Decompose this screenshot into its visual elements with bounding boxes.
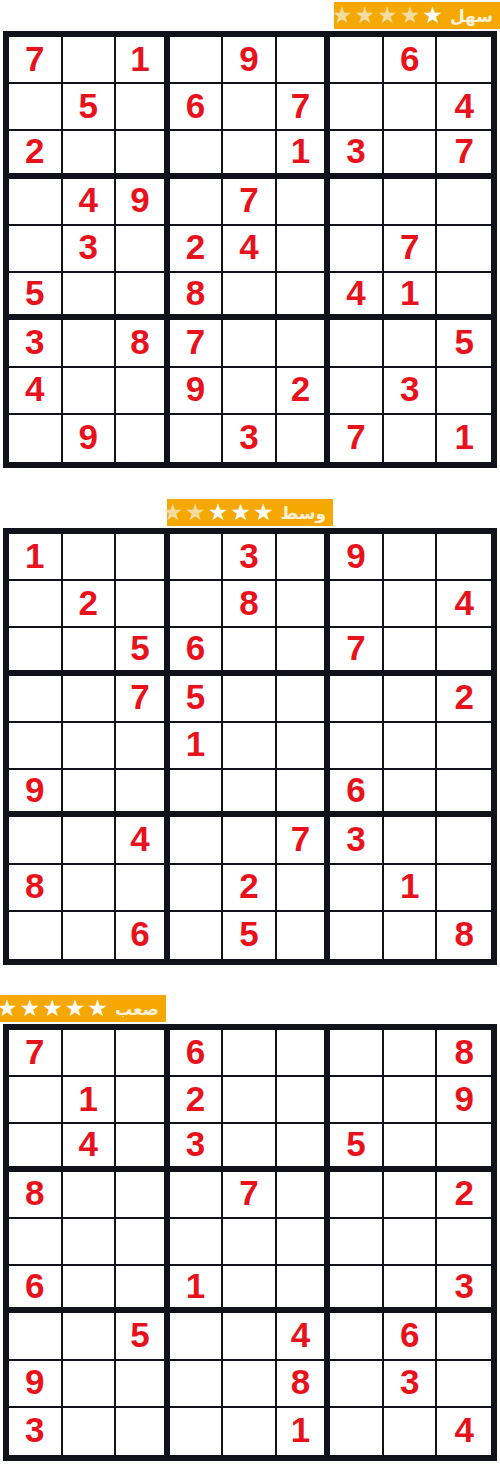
sudoku-cell-empty[interactable] bbox=[277, 226, 331, 273]
sudoku-cell-empty[interactable] bbox=[384, 1030, 438, 1077]
sudoku-cell-empty[interactable] bbox=[116, 1172, 170, 1219]
sudoku-cell-given[interactable]: 7 bbox=[437, 131, 491, 178]
sudoku-cell-empty[interactable] bbox=[63, 1030, 117, 1077]
sudoku-cell-given[interactable]: 6 bbox=[170, 628, 224, 675]
sudoku-cell-empty[interactable] bbox=[330, 1361, 384, 1408]
sudoku-cell-given[interactable]: 8 bbox=[170, 273, 224, 320]
sudoku-cell-empty[interactable] bbox=[63, 273, 117, 320]
puzzle-medium: ★★★★★ وسط 139284567752196473821658 bbox=[0, 499, 500, 965]
sudoku-cell-given[interactable]: 3 bbox=[384, 368, 438, 415]
sudoku-cell-empty[interactable] bbox=[330, 37, 384, 84]
star-filled-icon: ★ bbox=[42, 996, 63, 1021]
sudoku-cell-empty[interactable] bbox=[277, 1219, 331, 1266]
sudoku-cell-empty[interactable] bbox=[116, 273, 170, 320]
sudoku-cell-empty[interactable] bbox=[330, 723, 384, 770]
sudoku-cell-empty[interactable] bbox=[63, 912, 117, 959]
sudoku-cell-empty[interactable] bbox=[277, 273, 331, 320]
sudoku-cell-empty[interactable] bbox=[9, 1077, 63, 1124]
sudoku-cell-empty[interactable] bbox=[330, 84, 384, 131]
sudoku-cell-empty[interactable] bbox=[384, 534, 438, 581]
difficulty-banner-medium: ★★★★★ وسط bbox=[167, 499, 333, 526]
sudoku-cell-given[interactable]: 4 bbox=[437, 84, 491, 131]
sudoku-cell-given[interactable]: 7 bbox=[170, 320, 224, 367]
sudoku-cell-given[interactable]: 2 bbox=[223, 865, 277, 912]
star-rating: ★★★★★ bbox=[332, 3, 443, 28]
sudoku-cell-empty[interactable] bbox=[223, 817, 277, 864]
star-filled-icon: ★ bbox=[230, 500, 251, 525]
difficulty-banner-easy: ★★★★★ سهل bbox=[334, 2, 500, 29]
sudoku-cell-given[interactable]: 1 bbox=[277, 1408, 331, 1455]
sudoku-cell-empty[interactable] bbox=[277, 1266, 331, 1313]
sudoku-cell-empty[interactable] bbox=[277, 534, 331, 581]
sudoku-cell-given[interactable]: 6 bbox=[384, 1313, 438, 1360]
star-filled-icon: ★ bbox=[208, 500, 229, 525]
sudoku-cell-empty[interactable] bbox=[330, 226, 384, 273]
difficulty-label: وسط bbox=[281, 500, 327, 526]
sudoku-cell-empty[interactable] bbox=[437, 226, 491, 273]
sudoku-cell-given[interactable]: 9 bbox=[437, 1077, 491, 1124]
sudoku-cell-empty[interactable] bbox=[63, 368, 117, 415]
sudoku-cell-given[interactable]: 2 bbox=[437, 676, 491, 723]
sudoku-cell-empty[interactable] bbox=[384, 1077, 438, 1124]
sudoku-cell-given[interactable]: 4 bbox=[116, 817, 170, 864]
star-empty-icon: ★ bbox=[162, 500, 183, 525]
sudoku-cell-given[interactable]: 6 bbox=[384, 37, 438, 84]
sudoku-cell-given[interactable]: 9 bbox=[223, 37, 277, 84]
sudoku-cell-empty[interactable] bbox=[170, 770, 224, 817]
sudoku-cell-empty[interactable] bbox=[63, 1408, 117, 1455]
sudoku-cell-empty[interactable] bbox=[223, 628, 277, 675]
sudoku-cell-empty[interactable] bbox=[63, 628, 117, 675]
sudoku-cell-empty[interactable] bbox=[170, 581, 224, 628]
sudoku-cell-empty[interactable] bbox=[170, 1219, 224, 1266]
sudoku-cell-empty[interactable] bbox=[9, 84, 63, 131]
sudoku-cell-empty[interactable] bbox=[384, 1124, 438, 1171]
sudoku-cell-empty[interactable] bbox=[170, 415, 224, 462]
sudoku-cell-given[interactable]: 3 bbox=[437, 1266, 491, 1313]
sudoku-cell-empty[interactable] bbox=[437, 273, 491, 320]
sudoku-cell-empty[interactable] bbox=[63, 1313, 117, 1360]
sudoku-cell-empty[interactable] bbox=[437, 723, 491, 770]
sudoku-cell-given[interactable]: 2 bbox=[277, 368, 331, 415]
sudoku-cell-empty[interactable] bbox=[170, 1408, 224, 1455]
sudoku-cell-empty[interactable] bbox=[437, 1124, 491, 1171]
difficulty-label: صعب bbox=[115, 996, 159, 1022]
sudoku-cell-given[interactable]: 7 bbox=[223, 179, 277, 226]
sudoku-cell-empty[interactable] bbox=[9, 415, 63, 462]
sudoku-cell-empty[interactable] bbox=[277, 1172, 331, 1219]
sudoku-cell-empty[interactable] bbox=[384, 581, 438, 628]
sudoku-cell-empty[interactable] bbox=[63, 1361, 117, 1408]
puzzle-easy: ★★★★★ سهل 719656742137497324758413875492… bbox=[0, 2, 500, 468]
sudoku-cell-empty[interactable] bbox=[116, 1124, 170, 1171]
sudoku-cell-empty[interactable] bbox=[9, 912, 63, 959]
sudoku-cell-given[interactable]: 6 bbox=[116, 912, 170, 959]
sudoku-cell-empty[interactable] bbox=[384, 1408, 438, 1455]
sudoku-cell-given[interactable]: 3 bbox=[9, 320, 63, 367]
sudoku-cell-empty[interactable] bbox=[116, 1219, 170, 1266]
sudoku-cell-empty[interactable] bbox=[437, 179, 491, 226]
sudoku-cell-empty[interactable] bbox=[384, 179, 438, 226]
sudoku-cell-given[interactable]: 5 bbox=[9, 273, 63, 320]
sudoku-cell-empty[interactable] bbox=[116, 131, 170, 178]
star-empty-icon: ★ bbox=[332, 3, 353, 28]
star-filled-icon: ★ bbox=[87, 996, 108, 1021]
sudoku-cell-empty[interactable] bbox=[9, 723, 63, 770]
sudoku-cell-given[interactable]: 3 bbox=[223, 534, 277, 581]
sudoku-cell-given[interactable]: 9 bbox=[116, 179, 170, 226]
star-empty-icon: ★ bbox=[354, 3, 375, 28]
sudoku-cell-given[interactable]: 2 bbox=[170, 226, 224, 273]
sudoku-cell-given[interactable]: 3 bbox=[9, 1408, 63, 1455]
sudoku-cell-empty[interactable] bbox=[170, 1172, 224, 1219]
sudoku-cell-given[interactable]: 8 bbox=[277, 1361, 331, 1408]
sudoku-cell-given[interactable]: 9 bbox=[9, 770, 63, 817]
sudoku-cell-given[interactable]: 4 bbox=[223, 226, 277, 273]
sudoku-cell-empty[interactable] bbox=[384, 1219, 438, 1266]
sudoku-cell-empty[interactable] bbox=[170, 912, 224, 959]
sudoku-cell-empty[interactable] bbox=[437, 37, 491, 84]
star-filled-icon: ★ bbox=[0, 996, 17, 1021]
star-empty-icon: ★ bbox=[400, 3, 421, 28]
sudoku-cell-given[interactable]: 3 bbox=[170, 1124, 224, 1171]
sudoku-cell-empty[interactable] bbox=[384, 676, 438, 723]
sudoku-cell-given[interactable]: 6 bbox=[170, 1030, 224, 1077]
sudoku-cell-empty[interactable] bbox=[384, 628, 438, 675]
sudoku-cell-given[interactable]: 8 bbox=[223, 581, 277, 628]
sudoku-cell-empty[interactable] bbox=[170, 865, 224, 912]
sudoku-cell-empty[interactable] bbox=[116, 1266, 170, 1313]
sudoku-page: ★★★★★ سهل 719656742137497324758413875492… bbox=[0, 0, 500, 1470]
sudoku-cell-given[interactable]: 3 bbox=[330, 817, 384, 864]
sudoku-cell-given[interactable]: 7 bbox=[384, 226, 438, 273]
sudoku-cell-empty[interactable] bbox=[223, 1266, 277, 1313]
sudoku-cell-empty[interactable] bbox=[9, 179, 63, 226]
sudoku-cell-empty[interactable] bbox=[170, 179, 224, 226]
sudoku-cell-given[interactable]: 4 bbox=[437, 1408, 491, 1455]
sudoku-cell-empty[interactable] bbox=[437, 817, 491, 864]
sudoku-cell-empty[interactable] bbox=[223, 320, 277, 367]
sudoku-cell-empty[interactable] bbox=[223, 1313, 277, 1360]
sudoku-cell-empty[interactable] bbox=[277, 1077, 331, 1124]
difficulty-banner-hard: ★★★★★ صعب bbox=[0, 995, 166, 1022]
star-filled-icon: ★ bbox=[19, 996, 40, 1021]
sudoku-cell-empty[interactable] bbox=[330, 368, 384, 415]
sudoku-cell-empty[interactable] bbox=[116, 226, 170, 273]
sudoku-cell-given[interactable]: 8 bbox=[9, 865, 63, 912]
sudoku-cell-given[interactable]: 4 bbox=[63, 179, 117, 226]
star-filled-icon: ★ bbox=[65, 996, 86, 1021]
sudoku-cell-empty[interactable] bbox=[437, 534, 491, 581]
sudoku-cell-empty[interactable] bbox=[9, 628, 63, 675]
sudoku-cell-given[interactable]: 4 bbox=[63, 1124, 117, 1171]
sudoku-cell-empty[interactable] bbox=[9, 1313, 63, 1360]
star-empty-icon: ★ bbox=[185, 500, 206, 525]
sudoku-cell-empty[interactable] bbox=[170, 534, 224, 581]
sudoku-cell-empty[interactable] bbox=[330, 1219, 384, 1266]
sudoku-cell-empty[interactable] bbox=[223, 723, 277, 770]
sudoku-cell-empty[interactable] bbox=[437, 628, 491, 675]
sudoku-cell-empty[interactable] bbox=[223, 1361, 277, 1408]
sudoku-cell-given[interactable]: 7 bbox=[330, 415, 384, 462]
sudoku-cell-empty[interactable] bbox=[277, 1030, 331, 1077]
sudoku-cell-given[interactable]: 5 bbox=[223, 912, 277, 959]
sudoku-cell-empty[interactable] bbox=[223, 84, 277, 131]
sudoku-cell-given[interactable]: 4 bbox=[330, 273, 384, 320]
sudoku-cell-empty[interactable] bbox=[223, 368, 277, 415]
sudoku-cell-given[interactable]: 1 bbox=[116, 37, 170, 84]
sudoku-cell-given[interactable]: 7 bbox=[277, 817, 331, 864]
sudoku-cell-empty[interactable] bbox=[437, 1361, 491, 1408]
sudoku-cell-given[interactable]: 7 bbox=[223, 1172, 277, 1219]
sudoku-cell-empty[interactable] bbox=[384, 84, 438, 131]
sudoku-cell-given[interactable]: 8 bbox=[116, 320, 170, 367]
sudoku-cell-empty[interactable] bbox=[437, 1313, 491, 1360]
sudoku-cell-empty[interactable] bbox=[63, 131, 117, 178]
sudoku-cell-empty[interactable] bbox=[63, 676, 117, 723]
sudoku-cell-empty[interactable] bbox=[330, 1030, 384, 1077]
star-rating: ★★★★★ bbox=[162, 500, 273, 525]
sudoku-cell-empty[interactable] bbox=[116, 534, 170, 581]
sudoku-cell-empty[interactable] bbox=[116, 770, 170, 817]
sudoku-cell-empty[interactable] bbox=[277, 723, 331, 770]
sudoku-cell-given[interactable]: 2 bbox=[170, 1077, 224, 1124]
sudoku-cell-empty[interactable] bbox=[63, 865, 117, 912]
sudoku-cell-given[interactable]: 5 bbox=[170, 676, 224, 723]
sudoku-cell-given[interactable]: 9 bbox=[9, 1361, 63, 1408]
sudoku-cell-empty[interactable] bbox=[277, 581, 331, 628]
sudoku-cell-empty[interactable] bbox=[330, 1172, 384, 1219]
sudoku-cell-empty[interactable] bbox=[384, 912, 438, 959]
sudoku-cell-given[interactable]: 1 bbox=[384, 273, 438, 320]
sudoku-cell-empty[interactable] bbox=[277, 415, 331, 462]
sudoku-cell-empty[interactable] bbox=[223, 1030, 277, 1077]
sudoku-cell-empty[interactable] bbox=[277, 37, 331, 84]
sudoku-cell-given[interactable]: 7 bbox=[330, 628, 384, 675]
sudoku-cell-empty[interactable] bbox=[63, 723, 117, 770]
sudoku-cell-given[interactable]: 2 bbox=[63, 581, 117, 628]
sudoku-cell-given[interactable]: 5 bbox=[437, 320, 491, 367]
sudoku-cell-given[interactable]: 6 bbox=[330, 770, 384, 817]
sudoku-cell-empty[interactable] bbox=[330, 676, 384, 723]
sudoku-cell-given[interactable]: 9 bbox=[170, 368, 224, 415]
sudoku-cell-given[interactable]: 9 bbox=[63, 415, 117, 462]
sudoku-cell-given[interactable]: 2 bbox=[437, 1172, 491, 1219]
sudoku-board-easy: 71965674213749732475841387549239371 bbox=[3, 31, 497, 468]
sudoku-cell-empty[interactable] bbox=[9, 1124, 63, 1171]
sudoku-cell-given[interactable]: 3 bbox=[384, 1361, 438, 1408]
sudoku-cell-given[interactable]: 7 bbox=[9, 1030, 63, 1077]
sudoku-cell-empty[interactable] bbox=[116, 1077, 170, 1124]
sudoku-cell-empty[interactable] bbox=[330, 581, 384, 628]
sudoku-cell-empty[interactable] bbox=[116, 415, 170, 462]
sudoku-cell-empty[interactable] bbox=[223, 1219, 277, 1266]
sudoku-cell-given[interactable]: 3 bbox=[223, 415, 277, 462]
sudoku-cell-empty[interactable] bbox=[9, 1219, 63, 1266]
sudoku-cell-empty[interactable] bbox=[116, 84, 170, 131]
star-filled-icon: ★ bbox=[253, 500, 274, 525]
sudoku-cell-empty[interactable] bbox=[116, 865, 170, 912]
sudoku-cell-empty[interactable] bbox=[170, 37, 224, 84]
sudoku-cell-given[interactable]: 1 bbox=[170, 1266, 224, 1313]
sudoku-cell-empty[interactable] bbox=[384, 817, 438, 864]
sudoku-cell-empty[interactable] bbox=[384, 131, 438, 178]
sudoku-cell-empty[interactable] bbox=[63, 770, 117, 817]
sudoku-cell-empty[interactable] bbox=[437, 1219, 491, 1266]
sudoku-cell-empty[interactable] bbox=[116, 1030, 170, 1077]
sudoku-cell-empty[interactable] bbox=[63, 1266, 117, 1313]
sudoku-cell-empty[interactable] bbox=[9, 581, 63, 628]
sudoku-cell-empty[interactable] bbox=[330, 1313, 384, 1360]
puzzle-hard: ★★★★★ صعب 768129435872613546983314 bbox=[0, 995, 500, 1461]
sudoku-cell-empty[interactable] bbox=[277, 628, 331, 675]
sudoku-cell-empty[interactable] bbox=[223, 131, 277, 178]
sudoku-cell-empty[interactable] bbox=[63, 1219, 117, 1266]
sudoku-cell-given[interactable]: 6 bbox=[170, 84, 224, 131]
star-rating: ★★★★★ bbox=[0, 996, 108, 1021]
sudoku-cell-empty[interactable] bbox=[116, 368, 170, 415]
sudoku-cell-empty[interactable] bbox=[170, 131, 224, 178]
sudoku-cell-empty[interactable] bbox=[223, 1408, 277, 1455]
sudoku-cell-given[interactable]: 1 bbox=[384, 865, 438, 912]
sudoku-cell-given[interactable]: 8 bbox=[9, 1172, 63, 1219]
sudoku-cell-empty[interactable] bbox=[384, 770, 438, 817]
sudoku-board-medium: 139284567752196473821658 bbox=[3, 528, 497, 965]
sudoku-cell-empty[interactable] bbox=[384, 415, 438, 462]
sudoku-cell-given[interactable]: 9 bbox=[330, 534, 384, 581]
sudoku-cell-empty[interactable] bbox=[277, 676, 331, 723]
sudoku-cell-empty[interactable] bbox=[9, 817, 63, 864]
sudoku-cell-empty[interactable] bbox=[223, 1124, 277, 1171]
sudoku-cell-empty[interactable] bbox=[170, 1361, 224, 1408]
sudoku-cell-given[interactable]: 7 bbox=[277, 84, 331, 131]
sudoku-cell-empty[interactable] bbox=[63, 320, 117, 367]
sudoku-cell-empty[interactable] bbox=[277, 320, 331, 367]
sudoku-cell-given[interactable]: 3 bbox=[63, 226, 117, 273]
sudoku-cell-given[interactable]: 1 bbox=[63, 1077, 117, 1124]
sudoku-cell-empty[interactable] bbox=[277, 179, 331, 226]
sudoku-cell-given[interactable]: 4 bbox=[277, 1313, 331, 1360]
sudoku-cell-empty[interactable] bbox=[63, 817, 117, 864]
sudoku-cell-empty[interactable] bbox=[330, 865, 384, 912]
sudoku-cell-empty[interactable] bbox=[116, 723, 170, 770]
sudoku-cell-empty[interactable] bbox=[116, 1361, 170, 1408]
sudoku-cell-given[interactable]: 1 bbox=[170, 723, 224, 770]
sudoku-cell-empty[interactable] bbox=[170, 817, 224, 864]
sudoku-cell-empty[interactable] bbox=[330, 1077, 384, 1124]
star-empty-icon: ★ bbox=[377, 3, 398, 28]
sudoku-cell-given[interactable]: 4 bbox=[437, 581, 491, 628]
sudoku-cell-given[interactable]: 8 bbox=[437, 912, 491, 959]
sudoku-cell-empty[interactable] bbox=[63, 1172, 117, 1219]
sudoku-cell-empty[interactable] bbox=[223, 1077, 277, 1124]
sudoku-cell-given[interactable]: 7 bbox=[116, 676, 170, 723]
sudoku-cell-empty[interactable] bbox=[223, 676, 277, 723]
sudoku-cell-given[interactable]: 1 bbox=[9, 534, 63, 581]
sudoku-cell-empty[interactable] bbox=[170, 1313, 224, 1360]
sudoku-cell-empty[interactable] bbox=[384, 1266, 438, 1313]
sudoku-cell-empty[interactable] bbox=[437, 865, 491, 912]
sudoku-cell-empty[interactable] bbox=[277, 912, 331, 959]
sudoku-cell-empty[interactable] bbox=[330, 320, 384, 367]
sudoku-cell-empty[interactable] bbox=[223, 273, 277, 320]
sudoku-cell-empty[interactable] bbox=[63, 37, 117, 84]
star-filled-icon: ★ bbox=[422, 3, 443, 28]
sudoku-cell-empty[interactable] bbox=[330, 1266, 384, 1313]
sudoku-cell-empty[interactable] bbox=[9, 226, 63, 273]
sudoku-cell-empty[interactable] bbox=[116, 581, 170, 628]
sudoku-cell-given[interactable]: 6 bbox=[9, 1266, 63, 1313]
sudoku-cell-given[interactable]: 5 bbox=[116, 1313, 170, 1360]
sudoku-cell-given[interactable]: 5 bbox=[116, 628, 170, 675]
sudoku-cell-given[interactable]: 4 bbox=[9, 368, 63, 415]
sudoku-cell-given[interactable]: 2 bbox=[9, 131, 63, 178]
sudoku-cell-given[interactable]: 3 bbox=[330, 131, 384, 178]
sudoku-cell-empty[interactable] bbox=[437, 368, 491, 415]
sudoku-cell-given[interactable]: 1 bbox=[437, 415, 491, 462]
sudoku-cell-given[interactable]: 5 bbox=[63, 84, 117, 131]
sudoku-cell-empty[interactable] bbox=[116, 1408, 170, 1455]
sudoku-board-hard: 768129435872613546983314 bbox=[3, 1024, 497, 1461]
sudoku-cell-given[interactable]: 1 bbox=[277, 131, 331, 178]
sudoku-cell-empty[interactable] bbox=[330, 1408, 384, 1455]
sudoku-cell-given[interactable]: 7 bbox=[9, 37, 63, 84]
difficulty-label: سهل bbox=[450, 3, 493, 29]
sudoku-cell-given[interactable]: 5 bbox=[330, 1124, 384, 1171]
sudoku-cell-empty[interactable] bbox=[277, 865, 331, 912]
sudoku-cell-empty[interactable] bbox=[437, 770, 491, 817]
sudoku-cell-empty[interactable] bbox=[277, 770, 331, 817]
sudoku-cell-empty[interactable] bbox=[384, 723, 438, 770]
sudoku-cell-empty[interactable] bbox=[384, 1172, 438, 1219]
sudoku-cell-empty[interactable] bbox=[384, 320, 438, 367]
sudoku-cell-given[interactable]: 8 bbox=[437, 1030, 491, 1077]
sudoku-cell-empty[interactable] bbox=[330, 912, 384, 959]
sudoku-cell-empty[interactable] bbox=[9, 676, 63, 723]
sudoku-cell-empty[interactable] bbox=[277, 1124, 331, 1171]
sudoku-cell-empty[interactable] bbox=[63, 534, 117, 581]
sudoku-cell-empty[interactable] bbox=[223, 770, 277, 817]
sudoku-cell-empty[interactable] bbox=[330, 179, 384, 226]
